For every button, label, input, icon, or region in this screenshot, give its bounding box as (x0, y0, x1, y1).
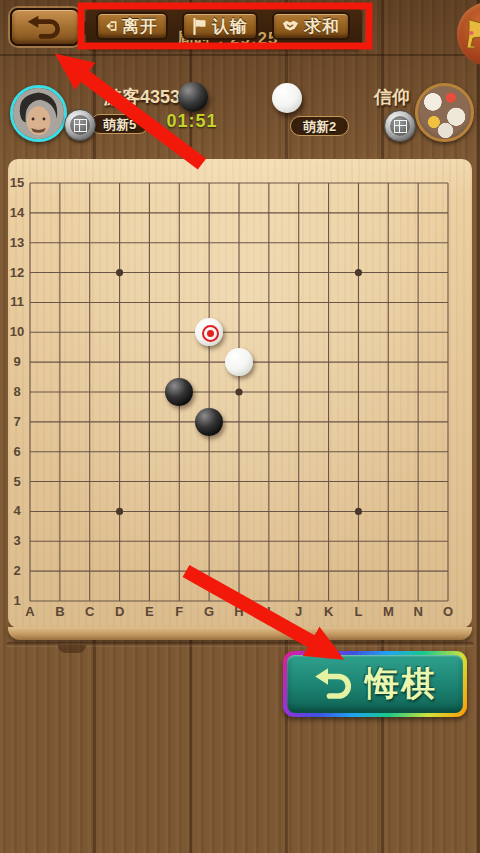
undo-arrow-icon (313, 666, 355, 702)
board-row-label: 8 (6, 384, 28, 399)
board-col-label: A (19, 604, 41, 619)
board-col-label: F (168, 604, 190, 619)
leave-button[interactable]: 离开 (96, 12, 168, 40)
player1-timer: 01:51 (160, 111, 224, 132)
player1-medal-icon (64, 109, 96, 141)
handshake-icon (282, 18, 299, 34)
player1-avatar[interactable] (10, 85, 67, 142)
resign-button-label: 认输 (212, 15, 248, 38)
board-col-label: C (79, 604, 101, 619)
board-row-label: 5 (6, 474, 28, 489)
player2-avatar[interactable] (415, 83, 474, 142)
table-groove-notch (58, 645, 86, 653)
stone-black-G7 (195, 408, 223, 436)
board-row-label: 4 (6, 503, 28, 518)
board-row-label: 6 (6, 444, 28, 459)
board-row-label: 10 (6, 324, 28, 339)
draw-button-label: 求和 (304, 15, 340, 38)
player2-stone-indicator (272, 83, 302, 113)
board-col-label: B (49, 604, 71, 619)
player2-rank-badge: 萌新2 (290, 116, 349, 136)
player1-portrait (13, 88, 64, 139)
board-col-label: D (109, 604, 131, 619)
undo-button[interactable]: 悔棋 (283, 651, 467, 717)
draw-button[interactable]: 求和 (272, 12, 350, 40)
gomoku-board: 151413121110987654321ABCDEFGHIJKLMNO (8, 159, 472, 628)
board-row-label: 13 (6, 235, 28, 250)
exit-icon (106, 18, 117, 34)
board-row-label: 14 (6, 205, 28, 220)
wood-seam (0, 54, 480, 56)
board-row-label: 11 (6, 294, 28, 309)
gold-throne-icon (463, 18, 480, 50)
board-row-label: 12 (6, 265, 28, 280)
board-col-label: N (407, 604, 429, 619)
board-col-label: H (228, 604, 250, 619)
back-arrow-icon (26, 15, 64, 39)
board-col-label: K (318, 604, 340, 619)
board-col-label: M (377, 604, 399, 619)
player1-rank-badge: 萌新5 (90, 114, 149, 134)
last-move-marker (202, 325, 219, 342)
board-col-label: L (347, 604, 369, 619)
board-tray-edge (8, 627, 472, 640)
board-row-label: 9 (6, 354, 28, 369)
player2-name: 信仰 (374, 85, 410, 109)
stone-white-H9 (225, 348, 253, 376)
player2-medal-icon (384, 110, 416, 142)
board-col-label: G (198, 604, 220, 619)
board-col-label: J (288, 604, 310, 619)
board-col-label: E (138, 604, 160, 619)
leave-button-label: 离开 (122, 15, 158, 38)
game-screen: 151413121110987654321ABCDEFGHIJKLMNO 局时：… (0, 0, 480, 853)
board-col-label: O (437, 604, 459, 619)
board-row-label: 7 (6, 414, 28, 429)
board-row-label: 2 (6, 563, 28, 578)
board-grid[interactable] (30, 183, 448, 601)
board-row-label: 3 (6, 533, 28, 548)
resign-button[interactable]: 认输 (182, 12, 258, 40)
board-col-label: I (258, 604, 280, 619)
player1-stone-indicator (178, 82, 208, 112)
undo-button-label: 悔棋 (365, 661, 437, 707)
board-row-label: 15 (6, 175, 28, 190)
back-button[interactable] (10, 8, 80, 46)
flag-icon (192, 18, 207, 35)
board-grid-lines (30, 183, 448, 601)
corner-achievement-icon[interactable] (457, 2, 480, 66)
